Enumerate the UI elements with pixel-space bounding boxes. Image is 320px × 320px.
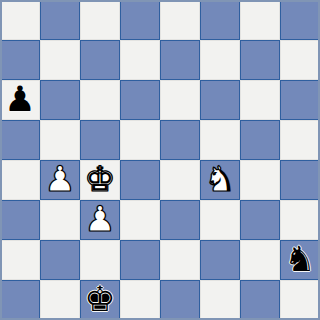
square-g7[interactable] (240, 40, 280, 80)
square-d4[interactable] (120, 160, 160, 200)
square-a1[interactable] (0, 280, 40, 320)
square-c7[interactable] (80, 40, 120, 80)
square-b4[interactable]: ♟ (40, 160, 80, 200)
square-d6[interactable] (120, 80, 160, 120)
square-c1[interactable]: ♚ (80, 280, 120, 320)
square-c2[interactable] (80, 240, 120, 280)
square-h6[interactable] (280, 80, 320, 120)
square-e6[interactable] (160, 80, 200, 120)
board-grid: ♟♟♚♞♟♞♚ (0, 0, 320, 320)
square-f4[interactable]: ♞ (200, 160, 240, 200)
square-d2[interactable] (120, 240, 160, 280)
square-h2[interactable]: ♞ (280, 240, 320, 280)
square-a5[interactable] (0, 120, 40, 160)
square-d8[interactable] (120, 0, 160, 40)
square-c3[interactable]: ♟ (80, 200, 120, 240)
square-g4[interactable] (240, 160, 280, 200)
square-f8[interactable] (200, 0, 240, 40)
square-d7[interactable] (120, 40, 160, 80)
chess-board: ♟♟♚♞♟♞♚ (0, 0, 320, 320)
black-knight-h2[interactable]: ♞ (284, 240, 315, 279)
square-f1[interactable] (200, 280, 240, 320)
square-d5[interactable] (120, 120, 160, 160)
square-e1[interactable] (160, 280, 200, 320)
square-e4[interactable] (160, 160, 200, 200)
square-g2[interactable] (240, 240, 280, 280)
square-b6[interactable] (40, 80, 80, 120)
square-e2[interactable] (160, 240, 200, 280)
square-b3[interactable] (40, 200, 80, 240)
square-g3[interactable] (240, 200, 280, 240)
square-e5[interactable] (160, 120, 200, 160)
white-king-c4[interactable]: ♚ (84, 160, 115, 199)
white-pawn-c3[interactable]: ♟ (84, 200, 115, 239)
square-f6[interactable] (200, 80, 240, 120)
square-g6[interactable] (240, 80, 280, 120)
square-c8[interactable] (80, 0, 120, 40)
square-e3[interactable] (160, 200, 200, 240)
square-e8[interactable] (160, 0, 200, 40)
black-king-c1[interactable]: ♚ (84, 280, 115, 319)
square-a6[interactable]: ♟ (0, 80, 40, 120)
square-f7[interactable] (200, 40, 240, 80)
square-b7[interactable] (40, 40, 80, 80)
square-h5[interactable] (280, 120, 320, 160)
square-h3[interactable] (280, 200, 320, 240)
square-d3[interactable] (120, 200, 160, 240)
square-f2[interactable] (200, 240, 240, 280)
square-a2[interactable] (0, 240, 40, 280)
square-b5[interactable] (40, 120, 80, 160)
square-g1[interactable] (240, 280, 280, 320)
square-c6[interactable] (80, 80, 120, 120)
square-g5[interactable] (240, 120, 280, 160)
square-h7[interactable] (280, 40, 320, 80)
square-d1[interactable] (120, 280, 160, 320)
square-b2[interactable] (40, 240, 80, 280)
square-f3[interactable] (200, 200, 240, 240)
square-a7[interactable] (0, 40, 40, 80)
square-h8[interactable] (280, 0, 320, 40)
square-a3[interactable] (0, 200, 40, 240)
white-knight-f4[interactable]: ♞ (204, 160, 235, 199)
square-h1[interactable] (280, 280, 320, 320)
square-f5[interactable] (200, 120, 240, 160)
square-e7[interactable] (160, 40, 200, 80)
square-b8[interactable] (40, 0, 80, 40)
square-a4[interactable] (0, 160, 40, 200)
square-a8[interactable] (0, 0, 40, 40)
white-pawn-b4[interactable]: ♟ (44, 160, 75, 199)
square-c5[interactable] (80, 120, 120, 160)
black-pawn-a6[interactable]: ♟ (4, 80, 35, 119)
square-b1[interactable] (40, 280, 80, 320)
square-g8[interactable] (240, 0, 280, 40)
square-h4[interactable] (280, 160, 320, 200)
square-c4[interactable]: ♚ (80, 160, 120, 200)
